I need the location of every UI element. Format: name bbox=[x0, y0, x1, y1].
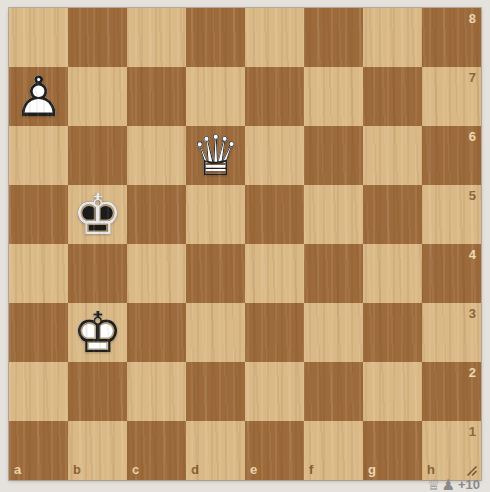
square-c4[interactable] bbox=[127, 244, 186, 303]
square-d3[interactable] bbox=[186, 303, 245, 362]
piece-black-king-b5[interactable]: ♚♔ bbox=[68, 185, 127, 244]
square-b7[interactable] bbox=[68, 67, 127, 126]
captured-pawn-icon: ♟ bbox=[441, 477, 454, 492]
square-h2[interactable]: 2 bbox=[422, 362, 481, 421]
square-e4[interactable] bbox=[245, 244, 304, 303]
rank-label-3: 3 bbox=[469, 307, 476, 320]
square-h4[interactable]: 4 bbox=[422, 244, 481, 303]
material-advantage-label: +10 bbox=[458, 477, 480, 492]
captured-pieces-icons: ♕♟ bbox=[427, 477, 455, 492]
white-queen-outline-glyph: ♕ bbox=[186, 126, 245, 185]
square-d2[interactable] bbox=[186, 362, 245, 421]
square-a4[interactable] bbox=[9, 244, 68, 303]
square-d5[interactable] bbox=[186, 185, 245, 244]
square-c3[interactable] bbox=[127, 303, 186, 362]
piece-white-queen-d6[interactable]: ♛♕ bbox=[186, 126, 245, 185]
piece-white-pawn-a7[interactable]: ♟♙ bbox=[9, 67, 68, 126]
captured-queen-icon: ♕ bbox=[427, 477, 440, 492]
file-label-d: d bbox=[191, 463, 199, 476]
square-g5[interactable] bbox=[363, 185, 422, 244]
square-a3[interactable] bbox=[9, 303, 68, 362]
square-f6[interactable] bbox=[304, 126, 363, 185]
square-c5[interactable] bbox=[127, 185, 186, 244]
square-a8[interactable] bbox=[9, 8, 68, 67]
black-king-outline-glyph: ♔ bbox=[68, 185, 127, 244]
square-e5[interactable] bbox=[245, 185, 304, 244]
rank-label-8: 8 bbox=[469, 12, 476, 25]
square-e6[interactable] bbox=[245, 126, 304, 185]
file-label-h: h bbox=[427, 463, 435, 476]
square-f8[interactable] bbox=[304, 8, 363, 67]
square-a1[interactable]: a bbox=[9, 421, 68, 480]
square-h3[interactable]: 3 bbox=[422, 303, 481, 362]
square-c8[interactable] bbox=[127, 8, 186, 67]
square-e1[interactable]: e bbox=[245, 421, 304, 480]
square-e3[interactable] bbox=[245, 303, 304, 362]
file-label-b: b bbox=[73, 463, 81, 476]
board-resize-handle-icon[interactable] bbox=[464, 463, 477, 476]
file-label-g: g bbox=[368, 463, 376, 476]
material-advantage-bar: ♕♟ +10 bbox=[427, 477, 480, 492]
square-c7[interactable] bbox=[127, 67, 186, 126]
square-c2[interactable] bbox=[127, 362, 186, 421]
rank-label-6: 6 bbox=[469, 130, 476, 143]
rank-label-4: 4 bbox=[469, 248, 476, 261]
square-g3[interactable] bbox=[363, 303, 422, 362]
square-f4[interactable] bbox=[304, 244, 363, 303]
square-g6[interactable] bbox=[363, 126, 422, 185]
rank-label-7: 7 bbox=[469, 71, 476, 84]
square-c6[interactable] bbox=[127, 126, 186, 185]
square-h7[interactable]: 7 bbox=[422, 67, 481, 126]
square-a6[interactable] bbox=[9, 126, 68, 185]
rank-label-5: 5 bbox=[469, 189, 476, 202]
square-d6[interactable]: ♛♕ bbox=[186, 126, 245, 185]
square-g7[interactable] bbox=[363, 67, 422, 126]
file-label-e: e bbox=[250, 463, 257, 476]
square-h6[interactable]: 6 bbox=[422, 126, 481, 185]
square-b3[interactable]: ♚♔ bbox=[68, 303, 127, 362]
square-h5[interactable]: 5 bbox=[422, 185, 481, 244]
square-h1[interactable]: 1h bbox=[422, 421, 481, 480]
square-f1[interactable]: f bbox=[304, 421, 363, 480]
file-label-f: f bbox=[309, 463, 313, 476]
rank-label-2: 2 bbox=[469, 366, 476, 379]
square-g4[interactable] bbox=[363, 244, 422, 303]
square-e7[interactable] bbox=[245, 67, 304, 126]
file-label-c: c bbox=[132, 463, 139, 476]
square-b2[interactable] bbox=[68, 362, 127, 421]
chess-board[interactable]: 8♟♙7♛♕6♚♔54♚♔32abcdefg1h bbox=[9, 8, 481, 480]
square-c1[interactable]: c bbox=[127, 421, 186, 480]
square-d4[interactable] bbox=[186, 244, 245, 303]
square-b5[interactable]: ♚♔ bbox=[68, 185, 127, 244]
square-e2[interactable] bbox=[245, 362, 304, 421]
square-e8[interactable] bbox=[245, 8, 304, 67]
rank-label-1: 1 bbox=[469, 425, 476, 438]
square-f7[interactable] bbox=[304, 67, 363, 126]
piece-white-king-b3[interactable]: ♚♔ bbox=[68, 303, 127, 362]
square-d7[interactable] bbox=[186, 67, 245, 126]
white-king-outline-glyph: ♔ bbox=[68, 303, 127, 362]
square-g8[interactable] bbox=[363, 8, 422, 67]
square-f5[interactable] bbox=[304, 185, 363, 244]
white-pawn-outline-glyph: ♙ bbox=[9, 67, 68, 126]
square-d8[interactable] bbox=[186, 8, 245, 67]
square-a2[interactable] bbox=[9, 362, 68, 421]
square-f2[interactable] bbox=[304, 362, 363, 421]
square-b1[interactable]: b bbox=[68, 421, 127, 480]
square-a5[interactable] bbox=[9, 185, 68, 244]
square-d1[interactable]: d bbox=[186, 421, 245, 480]
file-label-a: a bbox=[14, 463, 21, 476]
square-b6[interactable] bbox=[68, 126, 127, 185]
square-a7[interactable]: ♟♙ bbox=[9, 67, 68, 126]
square-b8[interactable] bbox=[68, 8, 127, 67]
square-g2[interactable] bbox=[363, 362, 422, 421]
square-b4[interactable] bbox=[68, 244, 127, 303]
square-f3[interactable] bbox=[304, 303, 363, 362]
square-g1[interactable]: g bbox=[363, 421, 422, 480]
square-h8[interactable]: 8 bbox=[422, 8, 481, 67]
